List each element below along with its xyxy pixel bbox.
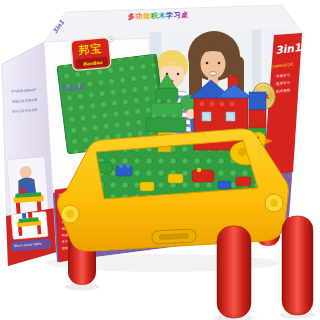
table-leg-front-right	[282, 216, 313, 315]
table-leg-front-left	[217, 226, 251, 318]
brand-cn: 邦宝	[77, 42, 103, 57]
piece-blue-2	[218, 181, 231, 189]
house-window-2	[226, 112, 235, 121]
side-kid-photo	[7, 157, 49, 220]
piece-yellow-1	[168, 174, 183, 183]
piece-blue-1	[116, 166, 132, 176]
drawer-handle	[152, 229, 197, 244]
piece-red-car	[192, 170, 214, 182]
piece-red-2	[236, 177, 251, 186]
tower-red	[249, 110, 266, 128]
house-window-1	[202, 112, 211, 121]
piece-yellow-2	[140, 182, 154, 191]
banbao-logo: 邦宝 BanBao R	[71, 36, 116, 70]
tower-blue	[249, 92, 266, 110]
scene: 多功能积木学习桌 3in1 · 学习搭建 锻炼动手 · 色彩认知 激发想象 · …	[0, 0, 320, 320]
side-thumbnail-block: Block study table	[6, 208, 57, 266]
product-photo: 多功能积木学习桌 3in1 · 学习搭建 锻炼动手 · 色彩认知 激发想象 · …	[0, 0, 320, 320]
